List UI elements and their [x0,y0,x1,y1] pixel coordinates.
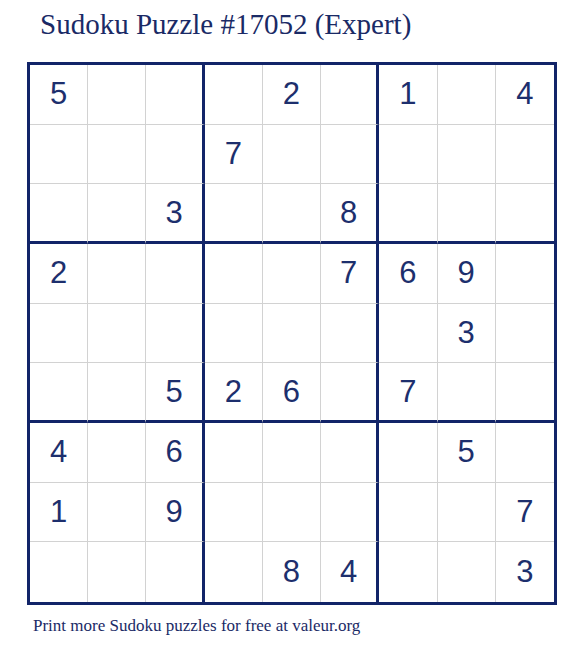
cell-r1c6 [321,65,379,125]
cell-r2c3 [146,125,204,185]
cell-r8c4 [205,483,263,543]
cell-r3c7 [379,184,437,244]
cell-r4c7: 6 [379,244,437,304]
cell-r1c5: 2 [263,65,321,125]
cell-r9c3 [146,542,204,602]
cell-r5c6 [321,304,379,364]
cell-r6c3: 5 [146,363,204,423]
cell-r7c1: 4 [30,423,88,483]
cell-r1c4 [205,65,263,125]
cell-r2c5 [263,125,321,185]
cell-r7c3: 6 [146,423,204,483]
cell-r6c5: 6 [263,363,321,423]
cell-r7c8: 5 [438,423,496,483]
cell-r2c4: 7 [205,125,263,185]
cell-r9c7 [379,542,437,602]
cell-r9c6: 4 [321,542,379,602]
cell-r9c4 [205,542,263,602]
cell-r5c2 [88,304,146,364]
sudoku-page: Sudoku Puzzle #17052 (Expert) 5214738276… [0,0,580,651]
cell-r3c3: 3 [146,184,204,244]
cell-r8c6 [321,483,379,543]
cell-r7c7 [379,423,437,483]
cell-r9c2 [88,542,146,602]
cell-r4c9 [496,244,554,304]
cell-r3c1 [30,184,88,244]
cell-r1c2 [88,65,146,125]
cell-r5c1 [30,304,88,364]
cell-r4c8: 9 [438,244,496,304]
cell-r8c9: 7 [496,483,554,543]
cell-r1c1: 5 [30,65,88,125]
cell-r2c9 [496,125,554,185]
cell-r5c9 [496,304,554,364]
cell-r8c5 [263,483,321,543]
cell-r1c8 [438,65,496,125]
cell-r2c1 [30,125,88,185]
cell-r7c2 [88,423,146,483]
cell-r6c6 [321,363,379,423]
cell-r6c8 [438,363,496,423]
cell-r5c8: 3 [438,304,496,364]
cell-r6c9 [496,363,554,423]
cell-r7c5 [263,423,321,483]
cell-r8c1: 1 [30,483,88,543]
cell-r4c1: 2 [30,244,88,304]
cell-r3c9 [496,184,554,244]
cell-r4c6: 7 [321,244,379,304]
cell-r2c2 [88,125,146,185]
cell-r1c7: 1 [379,65,437,125]
cell-r5c5 [263,304,321,364]
cell-r3c5 [263,184,321,244]
cell-r8c8 [438,483,496,543]
page-title: Sudoku Puzzle #17052 (Expert) [40,9,411,41]
cell-r4c5 [263,244,321,304]
cell-r8c7 [379,483,437,543]
cell-r2c7 [379,125,437,185]
cell-r3c4 [205,184,263,244]
cell-r4c2 [88,244,146,304]
cell-r3c6: 8 [321,184,379,244]
cell-r7c9 [496,423,554,483]
footer-text: Print more Sudoku puzzles for free at va… [33,616,360,636]
cell-r5c3 [146,304,204,364]
cell-r9c5: 8 [263,542,321,602]
cell-r5c7 [379,304,437,364]
cell-r2c8 [438,125,496,185]
cell-r9c8 [438,542,496,602]
cell-r6c2 [88,363,146,423]
cell-r6c1 [30,363,88,423]
cell-r7c6 [321,423,379,483]
cell-r3c8 [438,184,496,244]
cell-r6c7: 7 [379,363,437,423]
cell-r8c2 [88,483,146,543]
cell-r1c3 [146,65,204,125]
cell-r7c4 [205,423,263,483]
cell-r2c6 [321,125,379,185]
cell-r8c3: 9 [146,483,204,543]
cell-r9c1 [30,542,88,602]
cell-r3c2 [88,184,146,244]
sudoku-board: 5214738276935267465197843 [27,62,557,605]
cell-r5c4 [205,304,263,364]
cell-r1c9: 4 [496,65,554,125]
cell-r4c4 [205,244,263,304]
cell-r9c9: 3 [496,542,554,602]
cell-r6c4: 2 [205,363,263,423]
cell-r4c3 [146,244,204,304]
